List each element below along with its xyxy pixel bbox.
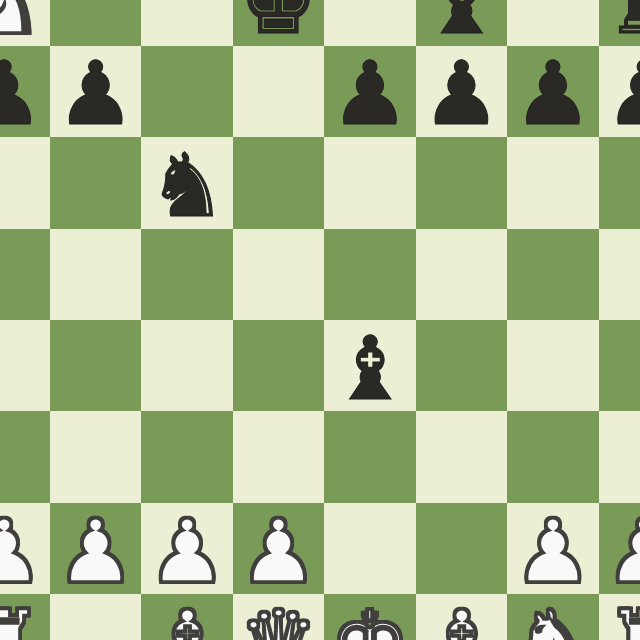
- black-bishop[interactable]: ♝: [331, 325, 410, 413]
- square-b3[interactable]: [50, 411, 141, 502]
- black-king[interactable]: ♚: [239, 0, 318, 47]
- chess-board: ♞♚♝♜♟♟♟♟♟♟♞♝♟♟♟♟♟♟♜♝♛♚♝♞♜: [0, 0, 640, 640]
- square-b2[interactable]: ♟: [50, 503, 141, 594]
- black-pawn[interactable]: ♟: [331, 50, 410, 138]
- black-knight[interactable]: ♞: [148, 142, 227, 230]
- square-f2[interactable]: [416, 503, 507, 594]
- square-d1[interactable]: ♛: [233, 594, 324, 640]
- square-c2[interactable]: ♟: [141, 503, 232, 594]
- square-g6[interactable]: [507, 137, 598, 228]
- square-b7[interactable]: ♟: [50, 46, 141, 137]
- square-f7[interactable]: ♟: [416, 46, 507, 137]
- square-f4[interactable]: [416, 320, 507, 411]
- square-b1[interactable]: [50, 594, 141, 640]
- square-e1[interactable]: ♚: [324, 594, 415, 640]
- square-a4[interactable]: [0, 320, 50, 411]
- square-c5[interactable]: [141, 229, 232, 320]
- square-f8[interactable]: ♝: [416, 0, 507, 46]
- black-pawn[interactable]: ♟: [513, 50, 592, 138]
- white-knight[interactable]: ♞: [0, 0, 44, 47]
- square-g5[interactable]: [507, 229, 598, 320]
- square-f6[interactable]: [416, 137, 507, 228]
- square-c6[interactable]: ♞: [141, 137, 232, 228]
- square-e8[interactable]: [324, 0, 415, 46]
- square-h8[interactable]: ♜: [599, 0, 640, 46]
- square-h1[interactable]: ♜: [599, 594, 640, 640]
- white-rook[interactable]: ♜: [605, 599, 640, 640]
- board-viewport: ♞♚♝♜♟♟♟♟♟♟♞♝♟♟♟♟♟♟♜♝♛♚♝♞♜: [0, 0, 640, 640]
- square-d4[interactable]: [233, 320, 324, 411]
- square-h6[interactable]: [599, 137, 640, 228]
- white-bishop[interactable]: ♝: [422, 599, 501, 640]
- square-h5[interactable]: [599, 229, 640, 320]
- square-f3[interactable]: [416, 411, 507, 502]
- square-a8[interactable]: ♞: [0, 0, 50, 46]
- square-d5[interactable]: [233, 229, 324, 320]
- square-b4[interactable]: [50, 320, 141, 411]
- square-a2[interactable]: ♟: [0, 503, 50, 594]
- square-h7[interactable]: ♟: [599, 46, 640, 137]
- square-h3[interactable]: [599, 411, 640, 502]
- black-rook[interactable]: ♜: [605, 0, 640, 47]
- square-b6[interactable]: [50, 137, 141, 228]
- white-king[interactable]: ♚: [331, 599, 410, 640]
- square-b8[interactable]: [50, 0, 141, 46]
- square-e6[interactable]: [324, 137, 415, 228]
- square-e2[interactable]: [324, 503, 415, 594]
- white-pawn[interactable]: ♟: [148, 508, 227, 596]
- black-pawn[interactable]: ♟: [422, 50, 501, 138]
- square-a6[interactable]: [0, 137, 50, 228]
- square-d2[interactable]: ♟: [233, 503, 324, 594]
- white-pawn[interactable]: ♟: [239, 508, 318, 596]
- white-knight[interactable]: ♞: [513, 599, 592, 640]
- square-f5[interactable]: [416, 229, 507, 320]
- white-pawn[interactable]: ♟: [513, 508, 592, 596]
- square-a5[interactable]: [0, 229, 50, 320]
- black-bishop[interactable]: ♝: [422, 0, 501, 47]
- square-c3[interactable]: [141, 411, 232, 502]
- square-g3[interactable]: [507, 411, 598, 502]
- square-c7[interactable]: [141, 46, 232, 137]
- square-d7[interactable]: [233, 46, 324, 137]
- square-b5[interactable]: [50, 229, 141, 320]
- square-h4[interactable]: [599, 320, 640, 411]
- square-h2[interactable]: ♟: [599, 503, 640, 594]
- square-g4[interactable]: [507, 320, 598, 411]
- white-rook[interactable]: ♜: [0, 599, 44, 640]
- square-e4[interactable]: ♝: [324, 320, 415, 411]
- square-g2[interactable]: ♟: [507, 503, 598, 594]
- square-c1[interactable]: ♝: [141, 594, 232, 640]
- square-e3[interactable]: [324, 411, 415, 502]
- square-c4[interactable]: [141, 320, 232, 411]
- white-pawn[interactable]: ♟: [56, 508, 135, 596]
- square-e7[interactable]: ♟: [324, 46, 415, 137]
- square-f1[interactable]: ♝: [416, 594, 507, 640]
- square-e5[interactable]: [324, 229, 415, 320]
- square-d3[interactable]: [233, 411, 324, 502]
- square-d6[interactable]: [233, 137, 324, 228]
- square-a1[interactable]: ♜: [0, 594, 50, 640]
- square-c8[interactable]: [141, 0, 232, 46]
- square-g1[interactable]: ♞: [507, 594, 598, 640]
- white-queen[interactable]: ♛: [239, 599, 318, 640]
- white-pawn[interactable]: ♟: [605, 508, 640, 596]
- black-pawn[interactable]: ♟: [56, 50, 135, 138]
- black-pawn[interactable]: ♟: [0, 50, 44, 138]
- white-bishop[interactable]: ♝: [148, 599, 227, 640]
- square-a3[interactable]: [0, 411, 50, 502]
- square-a7[interactable]: ♟: [0, 46, 50, 137]
- square-g8[interactable]: [507, 0, 598, 46]
- square-g7[interactable]: ♟: [507, 46, 598, 137]
- black-pawn[interactable]: ♟: [605, 50, 640, 138]
- white-pawn[interactable]: ♟: [0, 508, 44, 596]
- square-d8[interactable]: ♚: [233, 0, 324, 46]
